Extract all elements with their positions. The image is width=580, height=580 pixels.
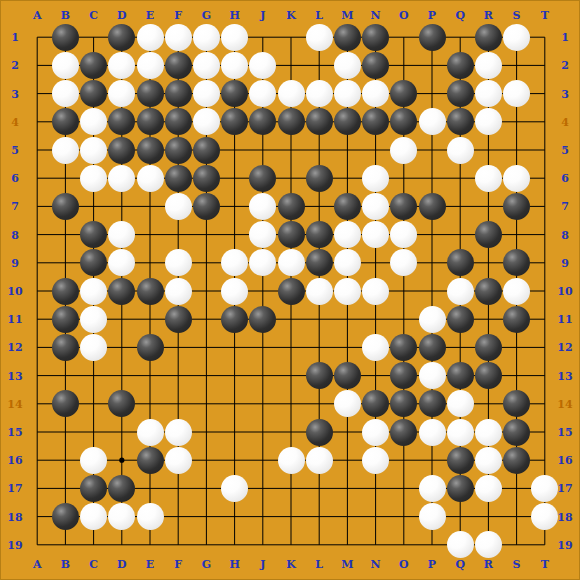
col-label-top: A (33, 9, 42, 22)
white-stone-F9[interactable] (165, 249, 192, 276)
white-stone-E6[interactable] (137, 165, 164, 192)
black-stone-R12[interactable] (475, 334, 502, 361)
white-stone-B5[interactable] (52, 137, 79, 164)
col-label-bottom: F (174, 558, 182, 571)
black-stone-L8[interactable] (306, 221, 333, 248)
row-label-left: 17 (7, 482, 22, 495)
row-label-right: 7 (561, 200, 569, 213)
black-stone-R1[interactable] (475, 24, 502, 51)
row-label-left: 8 (11, 228, 19, 241)
row-label-right: 11 (557, 313, 572, 326)
black-stone-P14[interactable] (419, 390, 446, 417)
row-label-left: 6 (11, 172, 19, 185)
row-label-right: 9 (561, 256, 569, 269)
col-label-top: N (371, 9, 381, 22)
black-stone-P12[interactable] (419, 334, 446, 361)
black-stone-D1[interactable] (108, 24, 135, 51)
col-label-top: R (484, 9, 493, 22)
black-stone-C2[interactable] (80, 52, 107, 79)
col-label-top: L (315, 9, 323, 22)
col-label-bottom: H (229, 558, 239, 571)
white-stone-P11[interactable] (419, 306, 446, 333)
black-stone-K10[interactable] (278, 278, 305, 305)
white-stone-T17[interactable] (531, 475, 558, 502)
white-stone-K16[interactable] (278, 447, 305, 474)
white-stone-M8[interactable] (334, 221, 361, 248)
white-stone-O5[interactable] (390, 137, 417, 164)
white-stone-M14[interactable] (334, 390, 361, 417)
col-label-bottom: S (513, 558, 521, 571)
white-stone-S3[interactable] (503, 80, 530, 107)
white-stone-R16[interactable] (475, 447, 502, 474)
row-label-right: 4 (561, 115, 569, 128)
white-stone-K3[interactable] (278, 80, 305, 107)
white-stone-N15[interactable] (362, 419, 389, 446)
white-stone-R15[interactable] (475, 419, 502, 446)
white-stone-N16[interactable] (362, 447, 389, 474)
star-point (119, 458, 124, 463)
row-label-left: 5 (11, 144, 19, 157)
black-stone-F3[interactable] (165, 80, 192, 107)
white-stone-C6[interactable] (80, 165, 107, 192)
black-stone-Q13[interactable] (447, 362, 474, 389)
row-label-left: 19 (7, 538, 22, 551)
black-stone-E4[interactable] (137, 108, 164, 135)
black-stone-D17[interactable] (108, 475, 135, 502)
white-stone-J2[interactable] (249, 52, 276, 79)
row-label-left: 14 (7, 397, 22, 410)
white-stone-G3[interactable] (193, 80, 220, 107)
black-stone-H11[interactable] (221, 306, 248, 333)
black-stone-M1[interactable] (334, 24, 361, 51)
white-stone-K9[interactable] (278, 249, 305, 276)
white-stone-R2[interactable] (475, 52, 502, 79)
black-stone-H3[interactable] (221, 80, 248, 107)
row-label-left: 4 (11, 115, 19, 128)
go-board[interactable]: AABBCCDDEEFFGGHHJJKKLLMMNNOOPPQQRRSSTT11… (0, 0, 580, 580)
black-stone-B18[interactable] (52, 503, 79, 530)
col-label-top: O (399, 9, 409, 22)
row-label-left: 12 (7, 341, 22, 354)
white-stone-L1[interactable] (306, 24, 333, 51)
row-label-right: 10 (557, 285, 572, 298)
black-stone-K4[interactable] (278, 108, 305, 135)
col-label-top: G (202, 9, 211, 22)
white-stone-M2[interactable] (334, 52, 361, 79)
black-stone-Q17[interactable] (447, 475, 474, 502)
white-stone-D6[interactable] (108, 165, 135, 192)
white-stone-Q10[interactable] (447, 278, 474, 305)
col-label-top: T (541, 9, 549, 22)
black-stone-B11[interactable] (52, 306, 79, 333)
white-stone-C11[interactable] (80, 306, 107, 333)
black-stone-B14[interactable] (52, 390, 79, 417)
black-stone-K8[interactable] (278, 221, 305, 248)
white-stone-H1[interactable] (221, 24, 248, 51)
col-label-bottom: O (399, 558, 409, 571)
col-label-top: J (260, 9, 265, 22)
black-stone-E5[interactable] (137, 137, 164, 164)
black-stone-R13[interactable] (475, 362, 502, 389)
row-label-left: 18 (7, 510, 22, 523)
col-label-top: E (146, 9, 154, 22)
row-label-right: 1 (561, 31, 569, 44)
row-label-left: 1 (11, 31, 19, 44)
white-stone-N10[interactable] (362, 278, 389, 305)
white-stone-Q15[interactable] (447, 419, 474, 446)
row-label-left: 15 (7, 426, 22, 439)
white-stone-G4[interactable] (193, 108, 220, 135)
row-label-left: 9 (11, 256, 19, 269)
black-stone-C8[interactable] (80, 221, 107, 248)
white-stone-R3[interactable] (475, 80, 502, 107)
white-stone-E18[interactable] (137, 503, 164, 530)
white-stone-G1[interactable] (193, 24, 220, 51)
black-stone-O7[interactable] (390, 193, 417, 220)
black-stone-Q11[interactable] (447, 306, 474, 333)
white-stone-P18[interactable] (419, 503, 446, 530)
white-stone-C18[interactable] (80, 503, 107, 530)
col-label-bottom: G (202, 558, 211, 571)
white-stone-N12[interactable] (362, 334, 389, 361)
black-stone-E16[interactable] (137, 447, 164, 474)
white-stone-R19[interactable] (475, 531, 502, 558)
white-stone-S6[interactable] (503, 165, 530, 192)
col-label-top: F (174, 9, 182, 22)
black-stone-C17[interactable] (80, 475, 107, 502)
white-stone-F15[interactable] (165, 419, 192, 446)
black-stone-K7[interactable] (278, 193, 305, 220)
black-stone-F5[interactable] (165, 137, 192, 164)
white-stone-H17[interactable] (221, 475, 248, 502)
white-stone-G2[interactable] (193, 52, 220, 79)
black-stone-F6[interactable] (165, 165, 192, 192)
col-label-top: K (286, 9, 296, 22)
black-stone-B7[interactable] (52, 193, 79, 220)
row-label-right: 16 (557, 454, 572, 467)
white-stone-F16[interactable] (165, 447, 192, 474)
col-label-bottom: K (286, 558, 296, 571)
row-label-left: 7 (11, 200, 19, 213)
row-label-left: 11 (7, 313, 22, 326)
black-stone-D5[interactable] (108, 137, 135, 164)
white-stone-Q19[interactable] (447, 531, 474, 558)
col-label-bottom: J (260, 558, 265, 571)
row-label-left: 10 (7, 285, 22, 298)
row-label-right: 14 (557, 397, 572, 410)
col-label-bottom: M (341, 558, 353, 571)
black-stone-P7[interactable] (419, 193, 446, 220)
white-stone-H2[interactable] (221, 52, 248, 79)
black-stone-G5[interactable] (193, 137, 220, 164)
white-stone-F1[interactable] (165, 24, 192, 51)
row-label-right: 18 (557, 510, 572, 523)
black-stone-L4[interactable] (306, 108, 333, 135)
col-label-top: D (117, 9, 127, 22)
row-label-right: 15 (557, 426, 572, 439)
col-label-bottom: Q (455, 558, 465, 571)
black-stone-R8[interactable] (475, 221, 502, 248)
white-stone-C5[interactable] (80, 137, 107, 164)
black-stone-C3[interactable] (80, 80, 107, 107)
white-stone-L16[interactable] (306, 447, 333, 474)
white-stone-B3[interactable] (52, 80, 79, 107)
row-label-right: 13 (557, 369, 572, 382)
col-label-bottom: E (146, 558, 154, 571)
black-stone-R10[interactable] (475, 278, 502, 305)
col-label-bottom: P (428, 558, 436, 571)
black-stone-G7[interactable] (193, 193, 220, 220)
black-stone-J6[interactable] (249, 165, 276, 192)
white-stone-P13[interactable] (419, 362, 446, 389)
white-stone-Q14[interactable] (447, 390, 474, 417)
white-stone-C12[interactable] (80, 334, 107, 361)
black-stone-E10[interactable] (137, 278, 164, 305)
col-label-bottom: N (371, 558, 381, 571)
white-stone-F10[interactable] (165, 278, 192, 305)
black-stone-Q3[interactable] (447, 80, 474, 107)
white-stone-F7[interactable] (165, 193, 192, 220)
black-stone-N2[interactable] (362, 52, 389, 79)
row-label-right: 19 (557, 538, 572, 551)
black-stone-F11[interactable] (165, 306, 192, 333)
white-stone-R17[interactable] (475, 475, 502, 502)
black-stone-E3[interactable] (137, 80, 164, 107)
black-stone-N1[interactable] (362, 24, 389, 51)
white-stone-R4[interactable] (475, 108, 502, 135)
white-stone-D2[interactable] (108, 52, 135, 79)
black-stone-Q2[interactable] (447, 52, 474, 79)
black-stone-S11[interactable] (503, 306, 530, 333)
col-label-bottom: B (61, 558, 70, 571)
white-stone-H10[interactable] (221, 278, 248, 305)
black-stone-Q16[interactable] (447, 447, 474, 474)
white-stone-C10[interactable] (80, 278, 107, 305)
black-stone-Q9[interactable] (447, 249, 474, 276)
col-label-top: B (61, 9, 70, 22)
col-label-bottom: D (117, 558, 127, 571)
row-label-right: 12 (557, 341, 572, 354)
white-stone-P17[interactable] (419, 475, 446, 502)
col-label-top: C (89, 9, 98, 22)
white-stone-P15[interactable] (419, 419, 446, 446)
white-stone-M9[interactable] (334, 249, 361, 276)
black-stone-D10[interactable] (108, 278, 135, 305)
black-stone-B10[interactable] (52, 278, 79, 305)
white-stone-N6[interactable] (362, 165, 389, 192)
white-stone-S10[interactable] (503, 278, 530, 305)
white-stone-L3[interactable] (306, 80, 333, 107)
black-stone-L13[interactable] (306, 362, 333, 389)
col-label-top: M (341, 9, 353, 22)
black-stone-S7[interactable] (503, 193, 530, 220)
white-stone-S1[interactable] (503, 24, 530, 51)
white-stone-B2[interactable] (52, 52, 79, 79)
white-stone-L10[interactable] (306, 278, 333, 305)
col-label-bottom: L (315, 558, 323, 571)
row-label-right: 3 (561, 87, 569, 100)
col-label-top: S (513, 9, 521, 22)
black-stone-J11[interactable] (249, 306, 276, 333)
row-label-right: 8 (561, 228, 569, 241)
white-stone-N3[interactable] (362, 80, 389, 107)
black-stone-P1[interactable] (419, 24, 446, 51)
col-label-bottom: C (89, 558, 98, 571)
col-label-top: Q (455, 9, 465, 22)
black-stone-M7[interactable] (334, 193, 361, 220)
white-stone-R6[interactable] (475, 165, 502, 192)
white-stone-N7[interactable] (362, 193, 389, 220)
black-stone-L6[interactable] (306, 165, 333, 192)
black-stone-B4[interactable] (52, 108, 79, 135)
white-stone-N8[interactable] (362, 221, 389, 248)
black-stone-M13[interactable] (334, 362, 361, 389)
row-label-right: 6 (561, 172, 569, 185)
white-stone-C16[interactable] (80, 447, 107, 474)
row-label-left: 16 (7, 454, 22, 467)
black-stone-F4[interactable] (165, 108, 192, 135)
row-label-right: 2 (561, 59, 569, 72)
black-stone-L15[interactable] (306, 419, 333, 446)
black-stone-F2[interactable] (165, 52, 192, 79)
row-label-right: 17 (557, 482, 572, 495)
col-label-bottom: A (33, 558, 42, 571)
white-stone-Q5[interactable] (447, 137, 474, 164)
white-stone-E15[interactable] (137, 419, 164, 446)
col-label-bottom: T (541, 558, 549, 571)
black-stone-L9[interactable] (306, 249, 333, 276)
col-label-top: H (229, 9, 239, 22)
white-stone-J7[interactable] (249, 193, 276, 220)
black-stone-O12[interactable] (390, 334, 417, 361)
col-label-bottom: R (484, 558, 493, 571)
white-stone-E1[interactable] (137, 24, 164, 51)
black-stone-B1[interactable] (52, 24, 79, 51)
black-stone-G6[interactable] (193, 165, 220, 192)
col-label-top: P (428, 9, 436, 22)
black-stone-S15[interactable] (503, 419, 530, 446)
black-stone-S16[interactable] (503, 447, 530, 474)
row-label-right: 5 (561, 144, 569, 157)
black-stone-E12[interactable] (137, 334, 164, 361)
row-label-left: 3 (11, 87, 19, 100)
black-stone-M4[interactable] (334, 108, 361, 135)
black-stone-O15[interactable] (390, 419, 417, 446)
white-stone-M10[interactable] (334, 278, 361, 305)
row-label-left: 2 (11, 59, 19, 72)
black-stone-B12[interactable] (52, 334, 79, 361)
white-stone-M3[interactable] (334, 80, 361, 107)
white-stone-P4[interactable] (419, 108, 446, 135)
white-stone-E2[interactable] (137, 52, 164, 79)
row-label-left: 13 (7, 369, 22, 382)
black-stone-Q4[interactable] (447, 108, 474, 135)
